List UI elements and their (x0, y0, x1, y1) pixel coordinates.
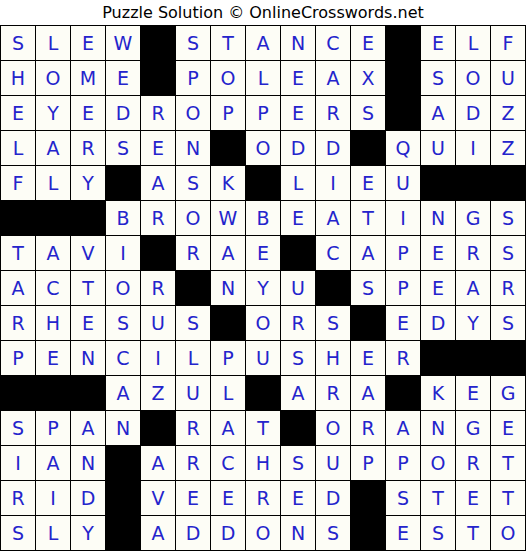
letter-cell: E (386, 306, 420, 340)
letter-cell: Y (36, 96, 70, 130)
letter-cell: R (1, 481, 35, 515)
letter-cell: I (141, 341, 175, 375)
black-cell (141, 26, 175, 60)
black-cell (316, 271, 350, 305)
letter-cell: E (491, 411, 525, 445)
letter-cell: S (106, 306, 140, 340)
letter-cell: E (71, 26, 105, 60)
letter-cell: O (246, 131, 280, 165)
letter-cell: E (351, 166, 385, 200)
letter-cell: N (421, 201, 455, 235)
black-cell (386, 376, 420, 410)
letter-cell: D (176, 516, 210, 550)
black-cell (386, 61, 420, 95)
black-cell (351, 516, 385, 550)
letter-cell: S (281, 341, 315, 375)
letter-cell: E (456, 376, 490, 410)
letter-cell: T (491, 446, 525, 480)
letter-cell: A (1, 271, 35, 305)
letter-cell: O (211, 61, 245, 95)
letter-cell: T (421, 481, 455, 515)
letter-cell: E (281, 201, 315, 235)
letter-cell: K (211, 166, 245, 200)
letter-cell: V (141, 481, 175, 515)
letter-cell: I (386, 201, 420, 235)
letter-cell: Y (456, 306, 490, 340)
letter-cell: D (71, 481, 105, 515)
letter-cell: N (421, 411, 455, 445)
letter-cell: R (176, 236, 210, 270)
letter-cell: P (36, 411, 70, 445)
letter-cell: I (106, 236, 140, 270)
black-cell (211, 306, 245, 340)
letter-cell: O (491, 516, 525, 550)
letter-cell: L (246, 61, 280, 95)
letter-cell: A (316, 201, 350, 235)
letter-cell: D (106, 96, 140, 130)
letter-cell: A (316, 61, 350, 95)
crossword-grid: SLEWSTANCEELFHOMEPOLEAXSOUEYEDROPPERSADZ… (0, 25, 526, 551)
letter-cell: E (421, 236, 455, 270)
letter-cell: S (351, 96, 385, 130)
black-cell (246, 166, 280, 200)
letter-cell: A (141, 516, 175, 550)
letter-cell: O (176, 96, 210, 130)
black-cell (176, 271, 210, 305)
letter-cell: Z (141, 376, 175, 410)
black-cell (106, 481, 140, 515)
letter-cell: D (281, 131, 315, 165)
letter-cell: D (316, 481, 350, 515)
letter-cell: A (211, 236, 245, 270)
letter-cell: U (491, 61, 525, 95)
letter-cell: E (351, 341, 385, 375)
letter-cell: A (141, 446, 175, 480)
black-cell (351, 131, 385, 165)
letter-cell: W (106, 26, 140, 60)
letter-cell: R (176, 446, 210, 480)
letter-cell: E (421, 271, 455, 305)
letter-cell: P (246, 96, 280, 130)
letter-cell: U (176, 376, 210, 410)
letter-cell: S (386, 481, 420, 515)
letter-cell: T (211, 26, 245, 60)
black-cell (106, 516, 140, 550)
letter-cell: S (351, 271, 385, 305)
letter-cell: R (141, 201, 175, 235)
letter-cell: D (316, 131, 350, 165)
letter-cell: R (316, 376, 350, 410)
letter-cell: A (351, 236, 385, 270)
letter-cell: E (281, 481, 315, 515)
letter-cell: Z (491, 96, 525, 130)
letter-cell: A (351, 376, 385, 410)
letter-cell: E (386, 516, 420, 550)
letter-cell: B (246, 201, 280, 235)
letter-cell: G (456, 411, 490, 445)
letter-cell: N (176, 131, 210, 165)
letter-cell: N (106, 411, 140, 445)
letter-cell: H (246, 446, 280, 480)
letter-cell: P (1, 341, 35, 375)
letter-cell: T (1, 236, 35, 270)
letter-cell: D (421, 306, 455, 340)
letter-cell: M (71, 61, 105, 95)
letter-cell: E (211, 481, 245, 515)
black-cell (491, 341, 525, 375)
black-cell (71, 201, 105, 235)
letter-cell: P (386, 446, 420, 480)
black-cell (36, 376, 70, 410)
letter-cell: C (316, 236, 350, 270)
letter-cell: G (456, 201, 490, 235)
letter-cell: P (176, 61, 210, 95)
letter-cell: V (71, 236, 105, 270)
letter-cell: S (1, 516, 35, 550)
black-cell (106, 446, 140, 480)
letter-cell: I (1, 446, 35, 480)
letter-cell: N (71, 341, 105, 375)
letter-cell: C (106, 341, 140, 375)
letter-cell: N (281, 516, 315, 550)
letter-cell: S (491, 306, 525, 340)
letter-cell: L (211, 376, 245, 410)
letter-cell: R (71, 131, 105, 165)
letter-cell: F (491, 26, 525, 60)
black-cell (246, 376, 280, 410)
letter-cell: H (1, 61, 35, 95)
letter-cell: S (281, 446, 315, 480)
black-cell (281, 411, 315, 445)
letter-cell: A (106, 376, 140, 410)
letter-cell: O (106, 271, 140, 305)
letter-cell: L (36, 26, 70, 60)
letter-cell: O (176, 201, 210, 235)
letter-cell: E (141, 131, 175, 165)
letter-cell: P (386, 271, 420, 305)
letter-cell: R (491, 271, 525, 305)
letter-cell: R (456, 446, 490, 480)
letter-cell: R (456, 236, 490, 270)
letter-cell: O (246, 306, 280, 340)
letter-cell: Y (71, 166, 105, 200)
letter-cell: S (176, 166, 210, 200)
letter-cell: U (316, 446, 350, 480)
letter-cell: T (246, 411, 280, 445)
letter-cell: E (71, 96, 105, 130)
letter-cell: S (1, 26, 35, 60)
letter-cell: P (351, 446, 385, 480)
black-cell (421, 341, 455, 375)
black-cell (36, 201, 70, 235)
letter-cell: A (36, 446, 70, 480)
letter-cell: I (316, 166, 350, 200)
letter-cell: H (36, 306, 70, 340)
letter-cell: A (211, 411, 245, 445)
letter-cell: R (141, 96, 175, 130)
letter-cell: N (211, 271, 245, 305)
black-cell (386, 26, 420, 60)
letter-cell: A (386, 411, 420, 445)
letter-cell: F (1, 166, 35, 200)
letter-cell: L (1, 131, 35, 165)
letter-cell: G (491, 376, 525, 410)
black-cell (351, 481, 385, 515)
letter-cell: I (36, 481, 70, 515)
black-cell (211, 131, 245, 165)
letter-cell: S (1, 411, 35, 445)
letter-cell: A (421, 96, 455, 130)
letter-cell: R (281, 306, 315, 340)
letter-cell: T (456, 516, 490, 550)
letter-cell: E (421, 26, 455, 60)
puzzle-solution-page: Puzzle Solution © OnlineCrosswords.net S… (0, 0, 526, 551)
letter-cell: W (211, 201, 245, 235)
black-cell (141, 61, 175, 95)
letter-cell: E (176, 481, 210, 515)
letter-cell: A (71, 411, 105, 445)
letter-cell: P (211, 96, 245, 130)
letter-cell: A (36, 131, 70, 165)
letter-cell: E (456, 481, 490, 515)
letter-cell: A (141, 166, 175, 200)
black-cell (491, 166, 525, 200)
letter-cell: E (106, 61, 140, 95)
letter-cell: E (281, 96, 315, 130)
letter-cell: P (211, 341, 245, 375)
letter-cell: X (351, 61, 385, 95)
letter-cell: O (456, 61, 490, 95)
letter-cell: L (456, 26, 490, 60)
letter-cell: O (246, 516, 280, 550)
letter-cell: Q (386, 131, 420, 165)
letter-cell: N (71, 446, 105, 480)
letter-cell: A (36, 236, 70, 270)
black-cell (141, 236, 175, 270)
letter-cell: T (491, 481, 525, 515)
black-cell (106, 166, 140, 200)
letter-cell: E (281, 61, 315, 95)
black-cell (1, 201, 35, 235)
letter-cell: A (456, 271, 490, 305)
black-cell (456, 166, 490, 200)
letter-cell: D (211, 516, 245, 550)
letter-cell: O (421, 446, 455, 480)
letter-cell: O (316, 411, 350, 445)
letter-cell: R (1, 306, 35, 340)
letter-cell: L (176, 341, 210, 375)
letter-cell: D (456, 96, 490, 130)
letter-cell: U (141, 306, 175, 340)
letter-cell: A (281, 376, 315, 410)
letter-cell: S (106, 131, 140, 165)
letter-cell: K (421, 376, 455, 410)
letter-cell: P (386, 236, 420, 270)
letter-cell: E (351, 26, 385, 60)
letter-cell: R (141, 271, 175, 305)
letter-cell: E (71, 306, 105, 340)
letter-cell: C (36, 271, 70, 305)
letter-cell: R (316, 96, 350, 130)
letter-cell: C (316, 26, 350, 60)
letter-cell: Y (71, 516, 105, 550)
black-cell (456, 341, 490, 375)
letter-cell: R (386, 341, 420, 375)
letter-cell: E (36, 341, 70, 375)
letter-cell: L (36, 516, 70, 550)
letter-cell: S (491, 201, 525, 235)
letter-cell: S (316, 306, 350, 340)
letter-cell: S (421, 516, 455, 550)
black-cell (141, 411, 175, 445)
letter-cell: B (106, 201, 140, 235)
letter-cell: E (1, 96, 35, 130)
black-cell (281, 236, 315, 270)
page-title: Puzzle Solution © OnlineCrosswords.net (0, 0, 526, 25)
letter-cell: H (316, 341, 350, 375)
letter-cell: S (316, 516, 350, 550)
letter-cell: L (36, 166, 70, 200)
letter-cell: R (246, 481, 280, 515)
letter-cell: S (491, 236, 525, 270)
letter-cell: U (246, 341, 280, 375)
black-cell (71, 376, 105, 410)
letter-cell: T (351, 201, 385, 235)
letter-cell: A (246, 26, 280, 60)
letter-cell: U (386, 166, 420, 200)
letter-cell: I (456, 131, 490, 165)
black-cell (386, 96, 420, 130)
letter-cell: T (71, 271, 105, 305)
letter-cell: S (176, 26, 210, 60)
letter-cell: U (281, 271, 315, 305)
letter-cell: S (176, 306, 210, 340)
letter-cell: U (421, 131, 455, 165)
black-cell (421, 166, 455, 200)
letter-cell: E (246, 236, 280, 270)
letter-cell: R (351, 411, 385, 445)
letter-cell: O (36, 61, 70, 95)
letter-cell: R (176, 411, 210, 445)
black-cell (351, 306, 385, 340)
letter-cell: Z (491, 131, 525, 165)
letter-cell: N (281, 26, 315, 60)
letter-cell: L (281, 166, 315, 200)
letter-cell: C (211, 446, 245, 480)
letter-cell: Y (246, 271, 280, 305)
black-cell (1, 376, 35, 410)
letter-cell: S (421, 61, 455, 95)
